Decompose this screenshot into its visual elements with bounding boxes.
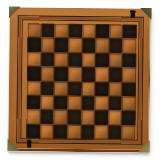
square-e6[interactable]: [82, 53, 96, 68]
square-d4[interactable]: [68, 81, 82, 96]
square-h2[interactable]: [122, 111, 136, 126]
square-d2[interactable]: [67, 110, 81, 125]
square-f3[interactable]: [95, 96, 109, 111]
square-f5[interactable]: [95, 67, 109, 82]
square-e1[interactable]: [81, 125, 95, 140]
square-f7[interactable]: [95, 39, 109, 54]
corner-bracket-top-left: [9, 6, 21, 18]
square-h8[interactable]: [123, 25, 137, 40]
square-e5[interactable]: [81, 67, 95, 82]
square-a1[interactable]: [26, 124, 40, 139]
square-g2[interactable]: [108, 111, 122, 126]
square-g1[interactable]: [108, 125, 122, 140]
square-d7[interactable]: [68, 38, 82, 53]
square-b1[interactable]: [40, 124, 54, 139]
square-a2[interactable]: [26, 110, 40, 125]
square-c1[interactable]: [54, 124, 68, 139]
square-d5[interactable]: [68, 67, 82, 82]
latch-stud-bottom: [27, 140, 31, 147]
square-a6[interactable]: [27, 52, 41, 67]
square-b3[interactable]: [40, 95, 54, 110]
square-a4[interactable]: [27, 81, 41, 96]
square-d3[interactable]: [68, 96, 82, 111]
square-c3[interactable]: [54, 96, 68, 111]
square-c6[interactable]: [54, 52, 68, 67]
square-h5[interactable]: [122, 68, 136, 83]
square-a7[interactable]: [27, 38, 41, 53]
square-b7[interactable]: [41, 38, 55, 53]
square-g4[interactable]: [109, 82, 123, 97]
square-g3[interactable]: [108, 96, 122, 111]
square-g8[interactable]: [109, 24, 123, 39]
latch-stud-top: [131, 11, 135, 18]
square-h1[interactable]: [122, 125, 136, 140]
square-d1[interactable]: [67, 124, 81, 139]
corner-bracket-top-right: [140, 8, 152, 20]
square-g7[interactable]: [109, 39, 123, 54]
square-h3[interactable]: [122, 96, 136, 111]
square-b2[interactable]: [40, 110, 54, 125]
square-f6[interactable]: [95, 53, 109, 68]
square-f2[interactable]: [95, 110, 109, 125]
square-e8[interactable]: [82, 24, 96, 39]
square-h6[interactable]: [123, 53, 137, 68]
square-e3[interactable]: [81, 96, 95, 111]
square-e7[interactable]: [82, 38, 96, 53]
corner-bracket-bottom-right: [137, 140, 150, 153]
square-c2[interactable]: [54, 110, 68, 125]
square-b6[interactable]: [41, 52, 55, 67]
square-h7[interactable]: [123, 39, 137, 54]
square-h4[interactable]: [122, 82, 136, 97]
square-g6[interactable]: [109, 53, 123, 68]
square-e2[interactable]: [81, 110, 95, 125]
square-f8[interactable]: [96, 24, 110, 39]
photo-background: [0, 0, 160, 160]
square-a5[interactable]: [27, 66, 41, 81]
square-f4[interactable]: [95, 82, 109, 97]
square-c4[interactable]: [54, 81, 68, 96]
board-grid: [26, 23, 136, 139]
square-f1[interactable]: [94, 125, 108, 140]
square-b8[interactable]: [41, 24, 55, 39]
square-e4[interactable]: [81, 82, 95, 97]
square-a8[interactable]: [28, 23, 42, 38]
square-c8[interactable]: [55, 24, 69, 39]
square-c7[interactable]: [55, 38, 69, 53]
square-d8[interactable]: [68, 24, 82, 39]
corner-bracket-bottom-left: [7, 138, 20, 151]
square-d6[interactable]: [68, 53, 82, 68]
square-c5[interactable]: [54, 67, 68, 82]
square-a3[interactable]: [27, 95, 41, 110]
square-b5[interactable]: [41, 67, 55, 82]
square-g5[interactable]: [109, 67, 123, 82]
game-board: [8, 7, 151, 153]
square-b4[interactable]: [40, 81, 54, 96]
